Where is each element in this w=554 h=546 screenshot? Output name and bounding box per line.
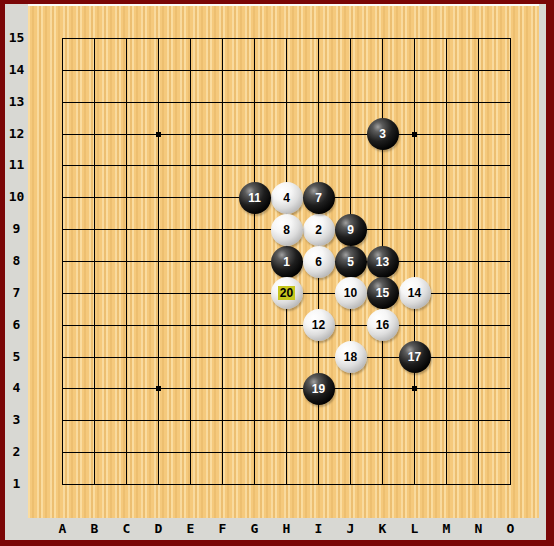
stone-black-13[interactable]: 13	[367, 246, 399, 278]
grid-line-horizontal	[62, 484, 511, 485]
move-number: 9	[347, 224, 354, 236]
col-label-J: J	[340, 521, 362, 537]
col-label-H: H	[276, 521, 298, 537]
row-label-11: 11	[5, 157, 28, 173]
stone-black-7[interactable]: 7	[303, 182, 335, 214]
stone-white-2[interactable]: 2	[303, 214, 335, 246]
move-number: 3	[379, 128, 386, 140]
row-label-3: 3	[5, 412, 28, 428]
row-label-10: 10	[5, 189, 28, 205]
move-number: 14	[408, 287, 421, 299]
col-label-M: M	[436, 521, 458, 537]
col-label-K: K	[372, 521, 394, 537]
grid-line-horizontal	[62, 388, 511, 389]
stone-black-15[interactable]: 15	[367, 277, 399, 309]
goban-wood: 1234567891011121314151617181920	[28, 4, 539, 518]
col-label-B: B	[84, 521, 106, 537]
row-label-15: 15	[5, 30, 28, 46]
move-number: 15	[376, 287, 389, 299]
row-label-7: 7	[5, 285, 28, 301]
move-number: 2	[315, 224, 322, 236]
col-label-G: G	[244, 521, 266, 537]
col-label-N: N	[468, 521, 490, 537]
move-number: 16	[376, 319, 389, 331]
go-board[interactable]: 1234567891011121314151617181920	[62, 38, 511, 485]
grid-line-horizontal	[62, 325, 511, 326]
col-label-D: D	[148, 521, 170, 537]
star-point	[412, 386, 417, 391]
grid-line-vertical	[446, 38, 447, 485]
row-label-6: 6	[5, 317, 28, 333]
move-number: 18	[344, 351, 357, 363]
col-label-C: C	[116, 521, 138, 537]
star-point	[156, 132, 161, 137]
move-number: 12	[312, 319, 325, 331]
grid-line-horizontal	[62, 357, 511, 358]
stone-white-4[interactable]: 4	[271, 182, 303, 214]
stone-black-1[interactable]: 1	[271, 246, 303, 278]
stone-white-16[interactable]: 16	[367, 309, 399, 341]
move-number: 10	[344, 287, 357, 299]
stone-white-18[interactable]: 18	[335, 341, 367, 373]
move-number: 13	[376, 256, 389, 268]
stone-black-17[interactable]: 17	[399, 341, 431, 373]
stone-black-19[interactable]: 19	[303, 373, 335, 405]
col-label-E: E	[180, 521, 202, 537]
star-point	[412, 132, 417, 137]
row-label-5: 5	[5, 349, 28, 365]
row-label-4: 4	[5, 380, 28, 396]
col-label-A: A	[52, 521, 74, 537]
stone-white-6[interactable]: 6	[303, 246, 335, 278]
board-panel: 151413121110987654321 ABCDEFGHIJKLMNO 12…	[5, 4, 546, 540]
grid-line-vertical	[478, 38, 479, 485]
row-label-12: 12	[5, 126, 28, 142]
row-label-8: 8	[5, 253, 28, 269]
move-number: 1	[283, 256, 290, 268]
stone-black-9[interactable]: 9	[335, 214, 367, 246]
stone-black-11[interactable]: 11	[239, 182, 271, 214]
move-number: 4	[283, 192, 290, 204]
move-number: 19	[312, 383, 325, 395]
col-label-F: F	[212, 521, 234, 537]
stone-black-3[interactable]: 3	[367, 118, 399, 150]
star-point	[156, 386, 161, 391]
move-number: 17	[408, 351, 421, 363]
grid-line-vertical	[414, 38, 415, 485]
col-label-L: L	[404, 521, 426, 537]
stone-white-20[interactable]: 20	[271, 277, 303, 309]
col-label-O: O	[500, 521, 522, 537]
move-number-last-move: 20	[278, 286, 295, 300]
row-label-14: 14	[5, 62, 28, 78]
row-label-2: 2	[5, 444, 28, 460]
stone-white-8[interactable]: 8	[271, 214, 303, 246]
go-diagram-window: 151413121110987654321 ABCDEFGHIJKLMNO 12…	[0, 0, 554, 546]
move-number: 7	[315, 192, 322, 204]
stone-white-14[interactable]: 14	[399, 277, 431, 309]
move-number: 6	[315, 256, 322, 268]
stone-black-5[interactable]: 5	[335, 246, 367, 278]
grid-line-vertical	[510, 38, 511, 485]
row-label-9: 9	[5, 221, 28, 237]
move-number: 5	[347, 256, 354, 268]
row-label-13: 13	[5, 94, 28, 110]
grid-line-horizontal	[62, 420, 511, 421]
stone-white-10[interactable]: 10	[335, 277, 367, 309]
col-label-I: I	[308, 521, 330, 537]
stone-white-12[interactable]: 12	[303, 309, 335, 341]
grid-line-horizontal	[62, 452, 511, 453]
row-label-1: 1	[5, 476, 28, 492]
move-number: 8	[283, 224, 290, 236]
move-number: 11	[248, 192, 261, 204]
